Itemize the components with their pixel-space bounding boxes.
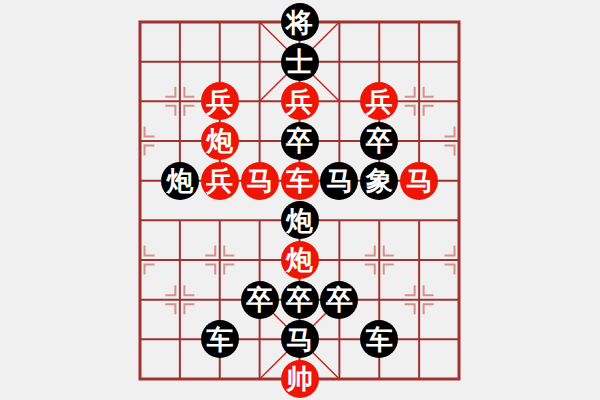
piece-red-soldier[interactable]: 兵 <box>201 82 239 120</box>
piece-black-cannon[interactable]: 炮 <box>161 162 199 200</box>
piece-black-soldier[interactable]: 卒 <box>281 281 319 319</box>
piece-black-horse[interactable]: 马 <box>281 320 319 358</box>
piece-black-horse[interactable]: 马 <box>320 162 358 200</box>
piece-black-advisor[interactable]: 士 <box>281 43 319 81</box>
piece-red-horse[interactable]: 马 <box>400 162 438 200</box>
piece-black-general[interactable]: 将 <box>281 3 319 41</box>
piece-red-chariot[interactable]: 车 <box>281 162 319 200</box>
piece-black-soldier[interactable]: 卒 <box>281 122 319 160</box>
piece-black-chariot[interactable]: 车 <box>201 320 239 358</box>
piece-red-soldier[interactable]: 兵 <box>201 162 239 200</box>
piece-black-soldier[interactable]: 卒 <box>320 281 358 319</box>
piece-black-elephant[interactable]: 象 <box>360 162 398 200</box>
xiangqi-board: 将士兵兵兵炮卒卒炮兵马车马象马炮炮卒卒卒车马车帅 <box>0 0 600 400</box>
piece-black-soldier[interactable]: 卒 <box>241 281 279 319</box>
piece-red-horse[interactable]: 马 <box>241 162 279 200</box>
piece-red-cannon[interactable]: 炮 <box>201 122 239 160</box>
piece-black-soldier[interactable]: 卒 <box>360 122 398 160</box>
piece-red-cannon[interactable]: 炮 <box>281 241 319 279</box>
piece-red-soldier[interactable]: 兵 <box>360 82 398 120</box>
piece-grid: 将士兵兵兵炮卒卒炮兵马车马象马炮炮卒卒卒车马车帅 <box>120 2 479 399</box>
piece-red-soldier[interactable]: 兵 <box>281 82 319 120</box>
piece-red-general[interactable]: 帅 <box>281 360 319 398</box>
piece-black-cannon[interactable]: 炮 <box>281 201 319 239</box>
piece-black-chariot[interactable]: 车 <box>360 320 398 358</box>
